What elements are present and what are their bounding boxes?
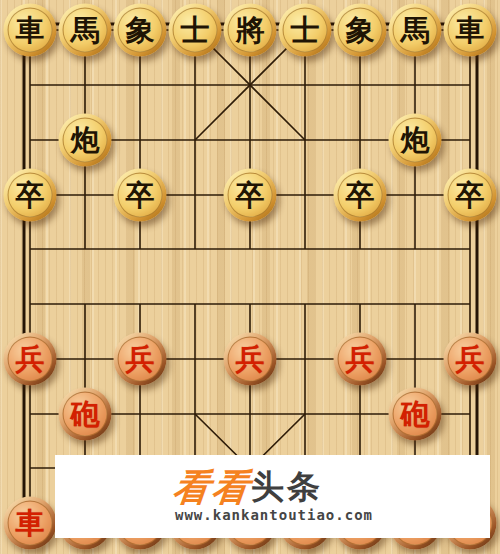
- piece-glyph: 兵: [456, 345, 485, 374]
- piece-glyph: 兵: [16, 345, 45, 374]
- piece-glyph: 馬: [71, 16, 100, 45]
- piece-red-chariot[interactable]: 車: [4, 497, 57, 550]
- piece-black-horse[interactable]: 馬: [59, 4, 112, 57]
- piece-black-chariot[interactable]: 車: [444, 4, 497, 57]
- watermark-url: www.kankantoutiao.com: [175, 507, 490, 523]
- piece-glyph: 炮: [401, 126, 430, 155]
- piece-glyph: 卒: [16, 181, 45, 210]
- piece-red-soldier[interactable]: 兵: [334, 333, 387, 386]
- piece-black-horse[interactable]: 馬: [389, 4, 442, 57]
- piece-glyph: 兵: [346, 345, 375, 374]
- piece-glyph: 馬: [401, 16, 430, 45]
- piece-black-soldier[interactable]: 卒: [334, 169, 387, 222]
- piece-red-soldier[interactable]: 兵: [444, 333, 497, 386]
- piece-glyph: 砲: [71, 400, 100, 429]
- piece-glyph: 象: [126, 16, 155, 45]
- piece-red-soldier[interactable]: 兵: [114, 333, 167, 386]
- piece-black-elephant[interactable]: 象: [114, 4, 167, 57]
- piece-red-soldier[interactable]: 兵: [224, 333, 277, 386]
- piece-glyph: 兵: [126, 345, 155, 374]
- piece-glyph: 車: [16, 16, 45, 45]
- watermark-brand-dark: 头条: [251, 470, 323, 503]
- piece-black-chariot[interactable]: 車: [4, 4, 57, 57]
- piece-red-cannon[interactable]: 砲: [389, 388, 442, 441]
- piece-glyph: 卒: [236, 181, 265, 210]
- piece-black-elephant[interactable]: 象: [334, 4, 387, 57]
- xiangqi-app: 車馬象士將士象馬車炮炮卒卒卒卒卒兵兵兵兵兵砲砲車馬相仕帥仕相馬車 看看头条 ww…: [0, 0, 500, 554]
- piece-glyph: 將: [236, 16, 265, 45]
- piece-glyph: 士: [291, 16, 320, 45]
- piece-black-soldier[interactable]: 卒: [114, 169, 167, 222]
- piece-glyph: 炮: [71, 126, 100, 155]
- piece-black-general[interactable]: 將: [224, 4, 277, 57]
- piece-black-cannon[interactable]: 炮: [389, 114, 442, 167]
- piece-black-soldier[interactable]: 卒: [224, 169, 277, 222]
- watermark-panel: 看看头条 www.kankantoutiao.com: [55, 455, 490, 538]
- piece-black-advisor[interactable]: 士: [279, 4, 332, 57]
- piece-red-cannon[interactable]: 砲: [59, 388, 112, 441]
- piece-glyph: 卒: [456, 181, 485, 210]
- piece-black-soldier[interactable]: 卒: [4, 169, 57, 222]
- piece-glyph: 卒: [126, 181, 155, 210]
- piece-glyph: 卒: [346, 181, 375, 210]
- piece-glyph: 車: [456, 16, 485, 45]
- piece-glyph: 士: [181, 16, 210, 45]
- watermark-title: 看看头条: [173, 469, 490, 506]
- piece-glyph: 砲: [401, 400, 430, 429]
- piece-black-cannon[interactable]: 炮: [59, 114, 112, 167]
- piece-black-advisor[interactable]: 士: [169, 4, 222, 57]
- piece-glyph: 車: [16, 509, 45, 538]
- piece-glyph: 兵: [236, 345, 265, 374]
- piece-black-soldier[interactable]: 卒: [444, 169, 497, 222]
- watermark-brand-orange: 看看: [171, 469, 253, 506]
- piece-red-soldier[interactable]: 兵: [4, 333, 57, 386]
- piece-glyph: 象: [346, 16, 375, 45]
